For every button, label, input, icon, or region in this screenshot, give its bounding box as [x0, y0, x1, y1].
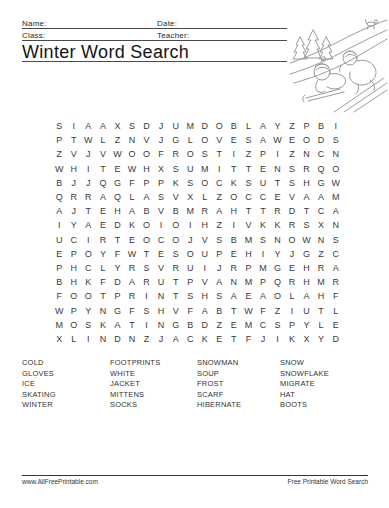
grid-cell-r15c5: A	[110, 318, 125, 332]
grid-cell-r9c4: R	[96, 233, 111, 247]
grid-cell-r2c4: L	[96, 133, 111, 147]
grid-cell-r6c20: M	[328, 190, 343, 204]
grid-cell-r10c3: O	[81, 247, 96, 261]
grid-cell-r3c14: Z	[241, 147, 256, 161]
grid-cell-r12c1: B	[52, 275, 67, 289]
grid-cell-r4c1: W	[52, 162, 67, 176]
grid-cell-r3c9: R	[168, 147, 183, 161]
grid-cell-r16c5: D	[110, 332, 125, 346]
grid-cell-r16c8: J	[154, 332, 169, 346]
word-item: SNOW	[280, 358, 329, 369]
grid-cell-r9c17: O	[285, 233, 300, 247]
grid-cell-r9c6: E	[125, 233, 140, 247]
grid-cell-r4c3: I	[81, 162, 96, 176]
grid-cell-r7c6: A	[125, 204, 140, 218]
grid-cell-r7c17: D	[285, 204, 300, 218]
grid-cell-r14c11: A	[197, 303, 212, 317]
grid-cell-r15c16: S	[270, 318, 285, 332]
grid-cell-r15c2: O	[67, 318, 82, 332]
grid-cell-r5c16: T	[270, 176, 285, 190]
grid-cell-r4c4: T	[96, 162, 111, 176]
grid-cell-r16c10: C	[183, 332, 198, 346]
grid-cell-r3c7: O	[139, 147, 154, 161]
grid-cell-r3c4: V	[96, 147, 111, 161]
grid-cell-r3c1: Z	[52, 147, 67, 161]
grid-cell-r9c11: V	[197, 233, 212, 247]
grid-cell-r14c9: V	[168, 303, 183, 317]
grid-cell-r16c20: D	[328, 332, 343, 346]
word-list-column-4: SNOWSNOWFLAKEMIGRATEHATBOOTS	[280, 358, 329, 411]
grid-cell-r5c2: J	[67, 176, 82, 190]
grid-cell-r11c16: G	[270, 261, 285, 275]
grid-cell-r15c8: N	[154, 318, 169, 332]
grid-cell-r4c12: I	[212, 162, 227, 176]
grid-cell-r14c12: B	[212, 303, 227, 317]
grid-cell-r12c9: T	[168, 275, 183, 289]
grid-cell-r16c15: J	[256, 332, 271, 346]
grid-cell-r12c12: A	[212, 275, 227, 289]
grid-cell-r8c18: S	[299, 218, 314, 232]
grid-cell-r9c12: S	[212, 233, 227, 247]
grid-cell-r6c19: A	[314, 190, 329, 204]
grid-cell-r6c15: C	[256, 190, 271, 204]
grid-cell-r4c11: M	[197, 162, 212, 176]
grid-cell-r11c14: P	[241, 261, 256, 275]
grid-cell-r14c3: Y	[81, 303, 96, 317]
grid-cell-r8c19: X	[314, 218, 329, 232]
grid-cell-r6c5: Q	[110, 190, 125, 204]
grid-cell-r13c11: H	[197, 289, 212, 303]
grid-cell-r15c11: D	[197, 318, 212, 332]
grid-cell-r6c18: A	[299, 190, 314, 204]
grid-cell-r5c12: C	[212, 176, 227, 190]
grid-cell-r10c13: E	[227, 247, 242, 261]
grid-cell-r4c9: S	[168, 162, 183, 176]
grid-cell-r13c13: A	[227, 289, 242, 303]
grid-cell-r15c3: S	[81, 318, 96, 332]
grid-cell-r14c10: F	[183, 303, 198, 317]
grid-cell-r7c7: B	[139, 204, 154, 218]
grid-cell-r1c2: I	[67, 119, 82, 133]
grid-cell-r8c16: K	[270, 218, 285, 232]
grid-cell-r10c16: Y	[270, 247, 285, 261]
grid-cell-r12c8: U	[154, 275, 169, 289]
grid-cell-r13c7: I	[139, 289, 154, 303]
grid-cell-r10c4: Y	[96, 247, 111, 261]
grid-cell-r1c6: S	[125, 119, 140, 133]
grid-cell-r5c3: J	[81, 176, 96, 190]
grid-cell-r2c20: S	[328, 133, 343, 147]
word-item: HIBERNATE	[197, 400, 241, 411]
grid-cell-r15c17: P	[285, 318, 300, 332]
child-arm	[316, 80, 325, 93]
grid-cell-r11c18: H	[299, 261, 314, 275]
grid-cell-r5c1: B	[52, 176, 67, 190]
grid-cell-r16c12: E	[212, 332, 227, 346]
grid-cell-r15c15: C	[256, 318, 271, 332]
grid-cell-r11c7: S	[139, 261, 154, 275]
class-field-line	[22, 40, 287, 41]
grid-cell-r9c1: U	[52, 233, 67, 247]
grid-cell-r13c17: L	[285, 289, 300, 303]
grid-cell-r9c14: M	[241, 233, 256, 247]
grid-cell-r16c6: N	[125, 332, 140, 346]
grid-cell-r8c5: D	[110, 218, 125, 232]
grid-cell-r8c14: V	[241, 218, 256, 232]
grid-cell-r5c7: P	[139, 176, 154, 190]
grid-cell-r2c13: E	[227, 133, 242, 147]
grid-cell-r7c4: E	[96, 204, 111, 218]
grid-cell-r13c18: A	[299, 289, 314, 303]
grid-cell-r4c10: U	[183, 162, 198, 176]
grid-cell-r7c11: R	[197, 204, 212, 218]
grid-cell-r3c18: N	[299, 147, 314, 161]
date-label: Date:	[157, 19, 177, 28]
grid-cell-r5c9: K	[168, 176, 183, 190]
grid-cell-r12c7: R	[139, 275, 154, 289]
grid-cell-r10c1: E	[52, 247, 67, 261]
grid-cell-r3c17: Z	[285, 147, 300, 161]
grid-cell-r3c13: I	[227, 147, 242, 161]
grid-cell-r4c18: R	[299, 162, 314, 176]
grid-cell-r6c9: V	[168, 190, 183, 204]
word-item: FROST	[197, 379, 241, 390]
page-title: Winter Word Search	[22, 42, 189, 63]
word-item: FOOTPRINTS	[110, 358, 160, 369]
grid-cell-r4c5: E	[110, 162, 125, 176]
word-item: SKATING	[22, 390, 56, 401]
grid-cell-r3c6: O	[125, 147, 140, 161]
grid-cell-r14c7: S	[139, 303, 154, 317]
grid-cell-r14c1: W	[52, 303, 67, 317]
grid-cell-r9c15: S	[256, 233, 271, 247]
grid-cell-r14c16: Z	[270, 303, 285, 317]
grid-cell-r10c7: T	[139, 247, 154, 261]
grid-cell-r10c18: G	[299, 247, 314, 261]
grid-cell-r11c4: L	[96, 261, 111, 275]
grid-cell-r5c14: S	[241, 176, 256, 190]
grid-cell-r7c10: M	[183, 204, 198, 218]
grid-cell-r4c16: N	[270, 162, 285, 176]
grid-cell-r12c6: A	[125, 275, 140, 289]
word-item: MIGRATE	[280, 379, 329, 390]
grid-cell-r12c10: P	[183, 275, 198, 289]
word-item: GLOVES	[22, 369, 56, 380]
grid-cell-r6c8: S	[154, 190, 169, 204]
grid-cell-r8c17: R	[285, 218, 300, 232]
grid-cell-r16c14: F	[241, 332, 256, 346]
grid-cell-r6c13: O	[227, 190, 242, 204]
grid-cell-r12c5: D	[110, 275, 125, 289]
grid-cell-r9c3: I	[81, 233, 96, 247]
grid-cell-r2c14: S	[241, 133, 256, 147]
grid-cell-r10c19: Z	[314, 247, 329, 261]
grid-cell-r15c18: Y	[299, 318, 314, 332]
grid-cell-r4c15: E	[256, 162, 271, 176]
worksheet-page: Name: Date: Class: Teacher: Winter Word …	[0, 0, 389, 508]
grid-cell-r5c4: Q	[96, 176, 111, 190]
grid-cell-r7c19: C	[314, 204, 329, 218]
grid-cell-r2c5: Z	[110, 133, 125, 147]
grid-cell-r7c2: J	[67, 204, 82, 218]
grid-cell-r3c15: P	[256, 147, 271, 161]
grid-cell-r8c13: I	[227, 218, 242, 232]
grid-cell-r8c1: I	[52, 218, 67, 232]
grid-cell-r4c8: X	[154, 162, 169, 176]
grid-cell-r12c2: H	[67, 275, 82, 289]
grid-cell-r11c13: R	[227, 261, 242, 275]
grid-cell-r5c6: F	[125, 176, 140, 190]
grid-cell-r13c19: H	[314, 289, 329, 303]
word-item: SCARF	[197, 390, 241, 401]
grid-cell-r12c11: V	[197, 275, 212, 289]
grid-cell-r3c2: V	[67, 147, 82, 161]
grid-cell-r7c14: T	[241, 204, 256, 218]
grid-cell-r16c17: K	[285, 332, 300, 346]
grid-cell-r11c11: I	[197, 261, 212, 275]
grid-cell-r7c1: A	[52, 204, 67, 218]
footer-site-text: www.AllFreePrintable.com	[22, 478, 98, 485]
grid-cell-r10c15: I	[256, 247, 271, 261]
sled-icon	[303, 89, 344, 102]
grid-cell-r13c4: T	[96, 289, 111, 303]
footer-line	[22, 475, 368, 476]
dog-icon	[374, 20, 377, 23]
grid-cell-r8c7: O	[139, 218, 154, 232]
grid-cell-r3c8: F	[154, 147, 169, 161]
grid-cell-r2c7: V	[139, 133, 154, 147]
grid-cell-r14c2: P	[67, 303, 82, 317]
word-item: COLD	[22, 358, 56, 369]
word-item: MITTENS	[110, 390, 160, 401]
grid-cell-r9c13: B	[227, 233, 242, 247]
grid-cell-r1c15: A	[256, 119, 271, 133]
grid-cell-r14c8: H	[154, 303, 169, 317]
grid-cell-r6c14: C	[241, 190, 256, 204]
grid-cell-r15c10: B	[183, 318, 198, 332]
winter-sledding-illustration	[288, 6, 388, 113]
grid-cell-r4c20: O	[328, 162, 343, 176]
grid-cell-r11c6: R	[125, 261, 140, 275]
grid-cell-r12c3: K	[81, 275, 96, 289]
grid-cell-r2c1: P	[52, 133, 67, 147]
knit-cap	[344, 51, 356, 57]
grid-cell-r16c9: A	[168, 332, 183, 346]
grid-cell-r5c15: U	[256, 176, 271, 190]
grid-cell-r1c5: X	[110, 119, 125, 133]
name-field-line	[22, 28, 287, 29]
grid-cell-r16c1: X	[52, 332, 67, 346]
grid-cell-r8c8: I	[154, 218, 169, 232]
word-item: SOUP	[197, 369, 241, 380]
grid-cell-r10c20: C	[328, 247, 343, 261]
grid-cell-r14c19: T	[314, 303, 329, 317]
grid-cell-r5c18: H	[299, 176, 314, 190]
grid-cell-r14c6: F	[125, 303, 140, 317]
grid-cell-r11c5: Y	[110, 261, 125, 275]
grid-cell-r6c4: A	[96, 190, 111, 204]
grid-cell-r7c18: T	[299, 204, 314, 218]
grid-cell-r15c1: M	[52, 318, 67, 332]
grid-cell-r3c5: W	[110, 147, 125, 161]
grid-cell-r13c1: F	[52, 289, 67, 303]
grid-cell-r10c6: W	[125, 247, 140, 261]
grid-cell-r11c20: A	[328, 261, 343, 275]
grid-cell-r1c16: Y	[270, 119, 285, 133]
grid-cell-r12c19: M	[314, 275, 329, 289]
grid-cell-r13c8: N	[154, 289, 169, 303]
grid-cell-r14c20: L	[328, 303, 343, 317]
grid-cell-r8c9: O	[168, 218, 183, 232]
grid-cell-r4c7: H	[139, 162, 154, 176]
grid-cell-r10c9: S	[168, 247, 183, 261]
word-item: WHITE	[110, 369, 160, 380]
grid-cell-r6c7: A	[139, 190, 154, 204]
grid-cell-r3c3: J	[81, 147, 96, 161]
grid-cell-r11c1: P	[52, 261, 67, 275]
grid-cell-r15c19: L	[314, 318, 329, 332]
grid-cell-r3c19: C	[314, 147, 329, 161]
grid-cell-r5c11: O	[197, 176, 212, 190]
grid-cell-r11c19: R	[314, 261, 329, 275]
grid-cell-r16c7: Z	[139, 332, 154, 346]
grid-cell-r1c3: A	[81, 119, 96, 133]
grid-cell-r14c18: U	[299, 303, 314, 317]
grid-cell-r10c11: U	[197, 247, 212, 261]
grid-cell-r16c16: I	[270, 332, 285, 346]
grid-cell-r4c19: Q	[314, 162, 329, 176]
grid-cell-r16c3: I	[81, 332, 96, 346]
grid-cell-r1c18: P	[299, 119, 314, 133]
grid-cell-r7c9: B	[168, 204, 183, 218]
child-body	[327, 73, 346, 89]
grid-cell-r9c2: C	[67, 233, 82, 247]
grid-cell-r14c5: G	[110, 303, 125, 317]
grid-cell-r12c4: F	[96, 275, 111, 289]
word-search-grid: SIAAXSDJUMDOBLAYZPBIPTWLZNVJGLOVESAWEODS…	[52, 119, 343, 346]
grid-cell-r5c13: K	[227, 176, 242, 190]
word-list-column-2: FOOTPRINTSWHITEJACKETMITTENSSOCKS	[110, 358, 160, 411]
grid-cell-r9c5: T	[110, 233, 125, 247]
grid-cell-r10c17: J	[285, 247, 300, 261]
word-item: SNOWFLAKE	[280, 369, 329, 380]
grid-cell-r11c3: C	[81, 261, 96, 275]
grid-cell-r6c17: V	[285, 190, 300, 204]
footer-right-text: Free Printable Word Search	[288, 478, 368, 485]
word-item: ICE	[22, 379, 56, 390]
grid-cell-r13c12: S	[212, 289, 227, 303]
grid-cell-r4c2: H	[67, 162, 82, 176]
class-label: Class:	[22, 31, 45, 40]
grid-cell-r16c19: Y	[314, 332, 329, 346]
grid-cell-r2c17: E	[285, 133, 300, 147]
snow-track	[344, 83, 387, 112]
grid-cell-r13c14: E	[241, 289, 256, 303]
grid-cell-r8c10: I	[183, 218, 198, 232]
grid-cell-r15c12: Z	[212, 318, 227, 332]
word-item: HAT	[280, 390, 329, 401]
grid-cell-r15c7: I	[139, 318, 154, 332]
grid-cell-r14c13: T	[227, 303, 242, 317]
grid-cell-r1c17: Z	[285, 119, 300, 133]
grid-cell-r9c19: N	[314, 233, 329, 247]
grid-cell-r7c3: T	[81, 204, 96, 218]
grid-cell-r8c3: A	[81, 218, 96, 232]
grid-cell-r5c5: G	[110, 176, 125, 190]
snow-track	[334, 78, 384, 112]
grid-cell-r16c18: X	[299, 332, 314, 346]
grid-cell-r7c13: H	[227, 204, 242, 218]
title-underline	[22, 61, 287, 62]
grid-cell-r13c10: S	[183, 289, 198, 303]
grid-cell-r13c6: R	[125, 289, 140, 303]
grid-cell-r10c8: E	[154, 247, 169, 261]
word-list-column-3: SNOWMANSOUPFROSTSCARFHIBERNATE	[197, 358, 241, 411]
grid-cell-r11c8: V	[154, 261, 169, 275]
grid-cell-r1c4: A	[96, 119, 111, 133]
grid-cell-r7c5: H	[110, 204, 125, 218]
grid-cell-r4c14: T	[241, 162, 256, 176]
grid-cell-r2c19: D	[314, 133, 329, 147]
grid-cell-r15c6: T	[125, 318, 140, 332]
grid-cell-r7c8: V	[154, 204, 169, 218]
grid-cell-r6c6: L	[125, 190, 140, 204]
grid-cell-r6c10: X	[183, 190, 198, 204]
grid-cell-r1c11: D	[197, 119, 212, 133]
grid-cell-r5c19: G	[314, 176, 329, 190]
grid-cell-r14c15: F	[256, 303, 271, 317]
grid-cell-r6c1: Q	[52, 190, 67, 204]
grid-cell-r2c3: W	[81, 133, 96, 147]
name-label: Name:	[22, 19, 47, 28]
grid-cell-r1c10: M	[183, 119, 198, 133]
grid-cell-r15c9: G	[168, 318, 183, 332]
grid-cell-r2c12: V	[212, 133, 227, 147]
grid-cell-r14c17: I	[285, 303, 300, 317]
grid-cell-r12c18: H	[299, 275, 314, 289]
grid-cell-r8c12: Z	[212, 218, 227, 232]
grid-cell-r16c4: N	[96, 332, 111, 346]
snow-track	[354, 90, 387, 112]
grid-cell-r12c15: P	[256, 275, 271, 289]
grid-cell-r2c18: O	[299, 133, 314, 147]
grid-cell-r6c12: Z	[212, 190, 227, 204]
grid-cell-r8c11: H	[197, 218, 212, 232]
word-list-column-1: COLDGLOVESICESKATINGWINTER	[22, 358, 56, 411]
grid-cell-r5c20: W	[328, 176, 343, 190]
grid-cell-r7c15: T	[256, 204, 271, 218]
grid-cell-r1c20: I	[328, 119, 343, 133]
grid-cell-r4c6: W	[125, 162, 140, 176]
grid-cell-r9c9: O	[168, 233, 183, 247]
grid-cell-r1c13: B	[227, 119, 242, 133]
grid-cell-r3c10: O	[183, 147, 198, 161]
teacher-label: Teacher:	[157, 31, 189, 40]
grid-cell-r15c20: E	[328, 318, 343, 332]
grid-cell-r12c20: R	[328, 275, 343, 289]
grid-cell-r5c17: S	[285, 176, 300, 190]
grid-cell-r16c13: T	[227, 332, 242, 346]
grid-cell-r7c20: A	[328, 204, 343, 218]
mitten	[339, 64, 343, 72]
grid-cell-r13c9: T	[168, 289, 183, 303]
grid-cell-r1c14: L	[241, 119, 256, 133]
grid-cell-r10c14: H	[241, 247, 256, 261]
grid-cell-r12c17: R	[285, 275, 300, 289]
word-item: BOOTS	[280, 400, 329, 411]
grid-cell-r15c13: E	[227, 318, 242, 332]
grid-cell-r8c20: N	[328, 218, 343, 232]
